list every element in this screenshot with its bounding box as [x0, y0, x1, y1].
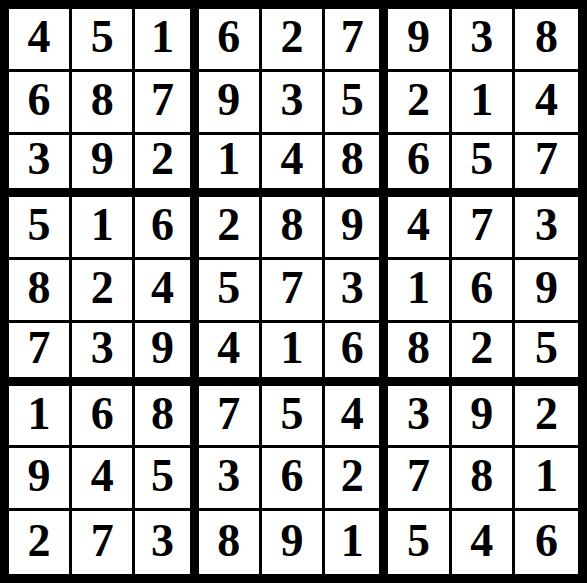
cell-r4c5[interactable]: 8 — [262, 197, 325, 260]
cell-r2c3[interactable]: 7 — [135, 72, 198, 135]
cell-r6c7[interactable]: 8 — [388, 323, 451, 386]
cell-r2c1[interactable]: 6 — [9, 72, 72, 135]
cell-r5c7[interactable]: 1 — [388, 260, 451, 323]
cell-r9c4[interactable]: 8 — [199, 511, 262, 574]
cell-r8c7[interactable]: 7 — [388, 448, 451, 511]
cell-r3c7[interactable]: 6 — [388, 135, 451, 198]
cell-r1c8[interactable]: 3 — [452, 9, 515, 72]
cell-r2c2[interactable]: 8 — [72, 72, 135, 135]
cell-r9c9[interactable]: 6 — [515, 511, 578, 574]
cell-r1c4[interactable]: 6 — [199, 9, 262, 72]
cell-r4c3[interactable]: 6 — [135, 197, 198, 260]
cell-r1c9[interactable]: 8 — [515, 9, 578, 72]
cell-r7c1[interactable]: 1 — [9, 386, 72, 449]
cell-r7c7[interactable]: 3 — [388, 386, 451, 449]
cell-r9c2[interactable]: 7 — [72, 511, 135, 574]
cell-r1c5[interactable]: 2 — [262, 9, 325, 72]
cell-r3c9[interactable]: 7 — [515, 135, 578, 198]
cell-r7c3[interactable]: 8 — [135, 386, 198, 449]
cell-r8c5[interactable]: 6 — [262, 448, 325, 511]
cell-r3c2[interactable]: 9 — [72, 135, 135, 198]
cell-r5c8[interactable]: 6 — [452, 260, 515, 323]
cell-r5c9[interactable]: 9 — [515, 260, 578, 323]
cell-r3c5[interactable]: 4 — [262, 135, 325, 198]
cell-r5c4[interactable]: 5 — [199, 260, 262, 323]
cell-r5c5[interactable]: 7 — [262, 260, 325, 323]
cell-r6c3[interactable]: 9 — [135, 323, 198, 386]
cell-r5c3[interactable]: 4 — [135, 260, 198, 323]
cell-r4c4[interactable]: 2 — [199, 197, 262, 260]
cell-r8c2[interactable]: 4 — [72, 448, 135, 511]
cell-r2c7[interactable]: 2 — [388, 72, 451, 135]
cell-r8c4[interactable]: 3 — [199, 448, 262, 511]
cell-r2c9[interactable]: 4 — [515, 72, 578, 135]
cell-r8c8[interactable]: 8 — [452, 448, 515, 511]
cell-r5c6[interactable]: 3 — [325, 260, 388, 323]
cell-r8c3[interactable]: 5 — [135, 448, 198, 511]
cell-r9c8[interactable]: 4 — [452, 511, 515, 574]
cell-r8c1[interactable]: 9 — [9, 448, 72, 511]
cell-r4c8[interactable]: 7 — [452, 197, 515, 260]
sudoku-board: 4516279386879352143921486575162894738245… — [0, 0, 587, 583]
cell-r9c5[interactable]: 9 — [262, 511, 325, 574]
cell-r6c8[interactable]: 2 — [452, 323, 515, 386]
cell-r2c5[interactable]: 3 — [262, 72, 325, 135]
cell-r2c4[interactable]: 9 — [199, 72, 262, 135]
cell-r1c7[interactable]: 9 — [388, 9, 451, 72]
cell-r4c1[interactable]: 5 — [9, 197, 72, 260]
cell-r7c9[interactable]: 2 — [515, 386, 578, 449]
cell-r7c2[interactable]: 6 — [72, 386, 135, 449]
cell-r7c4[interactable]: 7 — [199, 386, 262, 449]
cell-r7c6[interactable]: 4 — [325, 386, 388, 449]
cell-r7c8[interactable]: 9 — [452, 386, 515, 449]
cell-r1c1[interactable]: 4 — [9, 9, 72, 72]
cell-r5c2[interactable]: 2 — [72, 260, 135, 323]
cell-r4c7[interactable]: 4 — [388, 197, 451, 260]
cell-r9c7[interactable]: 5 — [388, 511, 451, 574]
cell-r4c6[interactable]: 9 — [325, 197, 388, 260]
cell-r6c4[interactable]: 4 — [199, 323, 262, 386]
cell-r3c1[interactable]: 3 — [9, 135, 72, 198]
cell-r3c3[interactable]: 2 — [135, 135, 198, 198]
cell-r9c6[interactable]: 1 — [325, 511, 388, 574]
cell-r6c5[interactable]: 1 — [262, 323, 325, 386]
cell-r3c4[interactable]: 1 — [199, 135, 262, 198]
cell-r6c6[interactable]: 6 — [325, 323, 388, 386]
cell-r6c2[interactable]: 3 — [72, 323, 135, 386]
cell-r9c1[interactable]: 2 — [9, 511, 72, 574]
cell-r9c3[interactable]: 3 — [135, 511, 198, 574]
cell-r4c9[interactable]: 3 — [515, 197, 578, 260]
cell-r7c5[interactable]: 5 — [262, 386, 325, 449]
cell-r2c6[interactable]: 5 — [325, 72, 388, 135]
cell-r2c8[interactable]: 1 — [452, 72, 515, 135]
cell-r1c2[interactable]: 5 — [72, 9, 135, 72]
cell-r5c1[interactable]: 8 — [9, 260, 72, 323]
cell-r6c1[interactable]: 7 — [9, 323, 72, 386]
cell-r8c9[interactable]: 1 — [515, 448, 578, 511]
cell-r8c6[interactable]: 2 — [325, 448, 388, 511]
cell-r3c8[interactable]: 5 — [452, 135, 515, 198]
cell-r4c2[interactable]: 1 — [72, 197, 135, 260]
cell-r1c6[interactable]: 7 — [325, 9, 388, 72]
cell-r3c6[interactable]: 8 — [325, 135, 388, 198]
cell-r1c3[interactable]: 1 — [135, 9, 198, 72]
cell-r6c9[interactable]: 5 — [515, 323, 578, 386]
